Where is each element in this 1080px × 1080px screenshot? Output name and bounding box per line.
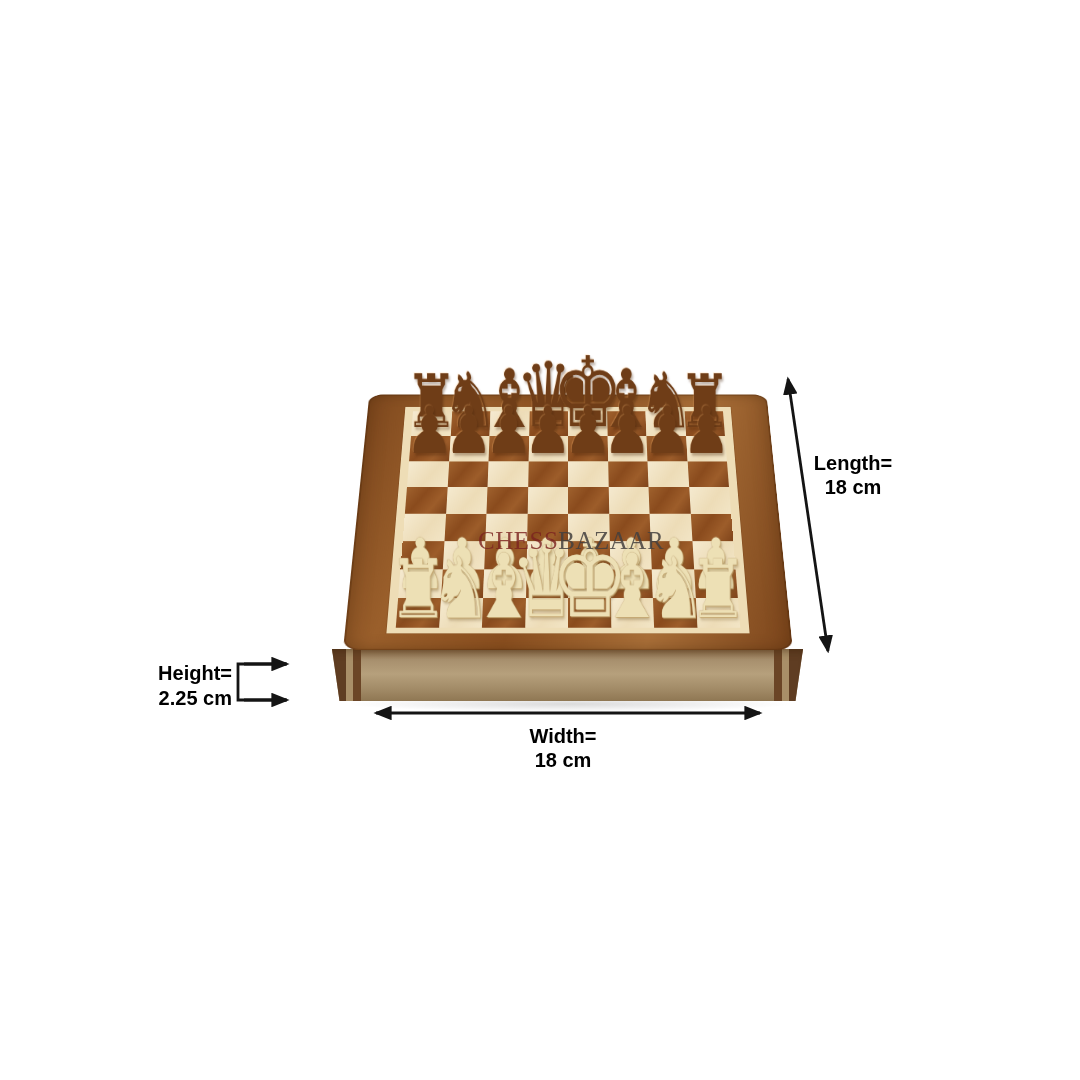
board-grid: ♜♞♝♛♚♝♞♜♟♟♟♟♟♟♟♟♟♟♟♟♟♟♟♟♜♞♝♛♚♝♞♜ — [396, 411, 740, 627]
square-d6 — [528, 461, 568, 487]
square-h7: ♟ — [686, 436, 727, 461]
width-label-text: Width= — [493, 724, 633, 748]
width-label: Width= 18 cm — [493, 724, 633, 772]
square-h8: ♜ — [684, 411, 725, 436]
square-b5 — [446, 487, 488, 514]
square-b7: ♟ — [449, 436, 490, 461]
square-c8: ♝ — [490, 411, 530, 436]
product-photo-scene: ♜♞♝♛♚♝♞♜♟♟♟♟♟♟♟♟♟♟♟♟♟♟♟♟♜♞♝♛♚♝♞♜ CHESSBA… — [0, 0, 1080, 1080]
square-b6 — [447, 461, 488, 487]
board-side-face — [332, 649, 803, 701]
square-d5 — [527, 487, 568, 514]
square-g8: ♞ — [645, 411, 685, 436]
square-g7: ♟ — [646, 436, 687, 461]
square-d2: ♟ — [526, 569, 568, 598]
square-e1: ♚ — [568, 598, 611, 628]
square-g5 — [649, 487, 691, 514]
square-c1: ♝ — [482, 598, 526, 628]
square-b1: ♞ — [439, 598, 483, 628]
square-f5 — [608, 487, 649, 514]
square-g1: ♞ — [653, 598, 697, 628]
square-c6 — [487, 461, 528, 487]
square-a7: ♟ — [409, 436, 450, 461]
watermark-chess: CHESS — [478, 527, 558, 554]
square-d8: ♛ — [529, 411, 568, 436]
watermark-bazaar: BAZAAR — [558, 527, 664, 554]
square-c2: ♟ — [483, 569, 526, 598]
square-c5 — [486, 487, 527, 514]
chess-board: ♜♞♝♛♚♝♞♜♟♟♟♟♟♟♟♟♟♟♟♟♟♟♟♟♜♞♝♛♚♝♞♜ — [343, 395, 793, 650]
square-a2: ♟ — [398, 569, 442, 598]
square-a1: ♜ — [396, 598, 441, 628]
length-label: Length= 18 cm — [799, 451, 907, 499]
length-value: 18 cm — [799, 475, 907, 499]
square-a8: ♜ — [411, 411, 452, 436]
square-f1: ♝ — [610, 598, 654, 628]
watermark: CHESSBAZAAR — [478, 527, 654, 555]
square-h5 — [689, 487, 731, 514]
square-h2: ♟ — [694, 569, 738, 598]
height-bracket — [238, 664, 286, 700]
square-c7: ♟ — [489, 436, 529, 461]
height-value: 2.25 cm — [138, 686, 232, 711]
square-e8: ♚ — [568, 411, 607, 436]
square-a6 — [407, 461, 449, 487]
square-b2: ♟ — [441, 569, 485, 598]
square-b8: ♞ — [450, 411, 490, 436]
square-a5 — [405, 487, 447, 514]
playing-area: ♜♞♝♛♚♝♞♜♟♟♟♟♟♟♟♟♟♟♟♟♟♟♟♟♜♞♝♛♚♝♞♜ — [386, 407, 749, 634]
square-e6 — [568, 461, 608, 487]
length-arrow — [788, 379, 828, 651]
square-e7: ♟ — [568, 436, 608, 461]
square-e5 — [568, 487, 609, 514]
square-g6 — [647, 461, 688, 487]
square-e2: ♟ — [568, 569, 610, 598]
piece-white-knight-g1: ♞ — [644, 546, 706, 631]
square-f8: ♝ — [607, 411, 647, 436]
square-f7: ♟ — [607, 436, 647, 461]
height-label-text: Height= — [138, 661, 232, 686]
square-h6 — [687, 461, 729, 487]
square-g2: ♟ — [652, 569, 696, 598]
height-label: Height= 2.25 cm — [138, 661, 232, 711]
width-value: 18 cm — [493, 748, 633, 772]
square-d1: ♛ — [525, 598, 568, 628]
square-f6 — [608, 461, 649, 487]
square-f2: ♟ — [610, 569, 653, 598]
square-h1: ♜ — [695, 598, 740, 628]
square-d7: ♟ — [528, 436, 568, 461]
piece-white-knight-b1: ♞ — [430, 546, 492, 631]
length-label-text: Length= — [799, 451, 907, 475]
